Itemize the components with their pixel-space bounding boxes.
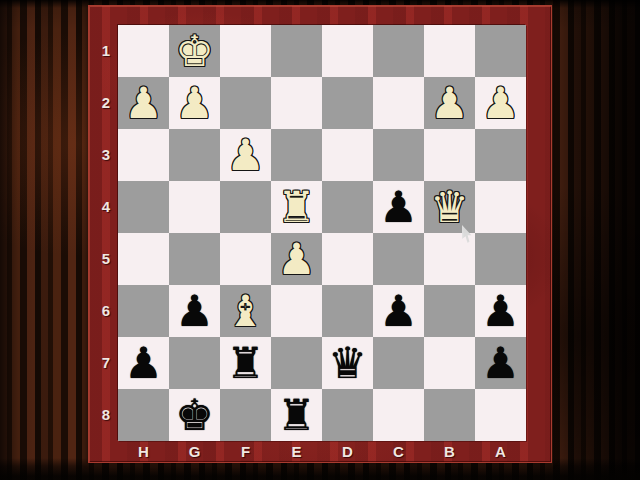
square-c3[interactable] [373, 129, 424, 181]
square-e1[interactable] [271, 25, 322, 77]
square-g2[interactable]: ♟ [169, 77, 220, 129]
square-a2[interactable]: ♟ [475, 77, 526, 129]
rank-label-4: 4 [89, 181, 120, 233]
square-c4[interactable]: ♟ [373, 181, 424, 233]
square-e4[interactable]: ♜ [271, 181, 322, 233]
square-h5[interactable] [118, 233, 169, 285]
square-c6[interactable]: ♟ [373, 285, 424, 337]
file-label-h: H [118, 442, 169, 462]
square-d1[interactable] [322, 25, 373, 77]
square-a3[interactable] [475, 129, 526, 181]
square-g7[interactable] [169, 337, 220, 389]
square-c1[interactable] [373, 25, 424, 77]
file-label-e: E [271, 442, 322, 462]
rank-label-5: 5 [89, 233, 120, 285]
piece-black-pawn-c6[interactable]: ♟ [373, 285, 424, 337]
piece-white-queen-b4[interactable]: ♛ [424, 181, 475, 233]
file-label-a: A [475, 442, 526, 462]
square-e8[interactable]: ♜ [271, 389, 322, 441]
piece-black-pawn-g6[interactable]: ♟ [169, 285, 220, 337]
piece-white-pawn-a2[interactable]: ♟ [475, 77, 526, 129]
square-f1[interactable] [220, 25, 271, 77]
rank-label-6: 6 [89, 285, 120, 337]
square-b7[interactable] [424, 337, 475, 389]
file-label-f: F [220, 442, 271, 462]
piece-white-bishop-f6[interactable]: ♝ [220, 285, 271, 337]
square-f8[interactable] [220, 389, 271, 441]
piece-white-pawn-f3[interactable]: ♟ [220, 129, 271, 181]
piece-black-rook-e8[interactable]: ♜ [271, 389, 322, 441]
piece-white-pawn-e5[interactable]: ♟ [271, 233, 322, 285]
square-g6[interactable]: ♟ [169, 285, 220, 337]
square-b6[interactable] [424, 285, 475, 337]
rank-label-2: 2 [89, 77, 120, 129]
file-label-g: G [169, 442, 220, 462]
square-a7[interactable]: ♟ [475, 337, 526, 389]
file-label-c: C [373, 442, 424, 462]
square-b4[interactable]: ♛ [424, 181, 475, 233]
square-d6[interactable] [322, 285, 373, 337]
square-e6[interactable] [271, 285, 322, 337]
square-d7[interactable]: ♛ [322, 337, 373, 389]
piece-black-queen-d7[interactable]: ♛ [322, 337, 373, 389]
square-a4[interactable] [475, 181, 526, 233]
piece-white-king-g1[interactable]: ♚ [169, 25, 220, 77]
square-d2[interactable] [322, 77, 373, 129]
square-d4[interactable] [322, 181, 373, 233]
square-g1[interactable]: ♚ [169, 25, 220, 77]
square-e2[interactable] [271, 77, 322, 129]
square-a1[interactable] [475, 25, 526, 77]
square-a6[interactable]: ♟ [475, 285, 526, 337]
square-g3[interactable] [169, 129, 220, 181]
board-frame: ♚♟♟♟♟♟♜♟♛♟♟♝♟♟♟♜♛♟♚♜ 12345678 HGFEDCBA [88, 5, 552, 463]
rank-label-1: 1 [89, 25, 120, 77]
square-g5[interactable] [169, 233, 220, 285]
piece-black-pawn-h7[interactable]: ♟ [118, 337, 169, 389]
square-e5[interactable]: ♟ [271, 233, 322, 285]
square-d8[interactable] [322, 389, 373, 441]
rank-label-3: 3 [89, 129, 120, 181]
square-b8[interactable] [424, 389, 475, 441]
square-g4[interactable] [169, 181, 220, 233]
square-h7[interactable]: ♟ [118, 337, 169, 389]
file-label-d: D [322, 442, 373, 462]
square-c5[interactable] [373, 233, 424, 285]
square-f3[interactable]: ♟ [220, 129, 271, 181]
piece-black-pawn-a6[interactable]: ♟ [475, 285, 526, 337]
square-e3[interactable] [271, 129, 322, 181]
square-b1[interactable] [424, 25, 475, 77]
square-h3[interactable] [118, 129, 169, 181]
rank-label-8: 8 [89, 389, 120, 441]
piece-black-king-g8[interactable]: ♚ [169, 389, 220, 441]
square-c8[interactable] [373, 389, 424, 441]
square-a5[interactable] [475, 233, 526, 285]
square-d3[interactable] [322, 129, 373, 181]
file-label-b: B [424, 442, 475, 462]
piece-black-pawn-c4[interactable]: ♟ [373, 181, 424, 233]
piece-black-rook-f7[interactable]: ♜ [220, 337, 271, 389]
piece-white-rook-e4[interactable]: ♜ [271, 181, 322, 233]
piece-white-pawn-b2[interactable]: ♟ [424, 77, 475, 129]
square-f5[interactable] [220, 233, 271, 285]
piece-white-pawn-g2[interactable]: ♟ [169, 77, 220, 129]
square-f6[interactable]: ♝ [220, 285, 271, 337]
square-f2[interactable] [220, 77, 271, 129]
square-c7[interactable] [373, 337, 424, 389]
square-h8[interactable] [118, 389, 169, 441]
square-c2[interactable] [373, 77, 424, 129]
square-a8[interactable] [475, 389, 526, 441]
square-h4[interactable] [118, 181, 169, 233]
square-b3[interactable] [424, 129, 475, 181]
piece-white-pawn-h2[interactable]: ♟ [118, 77, 169, 129]
square-b2[interactable]: ♟ [424, 77, 475, 129]
rank-label-7: 7 [89, 337, 120, 389]
square-f4[interactable] [220, 181, 271, 233]
square-g8[interactable]: ♚ [169, 389, 220, 441]
square-e7[interactable] [271, 337, 322, 389]
square-f7[interactable]: ♜ [220, 337, 271, 389]
square-d5[interactable] [322, 233, 373, 285]
square-h6[interactable] [118, 285, 169, 337]
square-h1[interactable] [118, 25, 169, 77]
video-frame: ♚♟♟♟♟♟♜♟♛♟♟♝♟♟♟♜♛♟♚♜ 12345678 HGFEDCBA [0, 0, 640, 480]
piece-black-pawn-a7[interactable]: ♟ [475, 337, 526, 389]
square-h2[interactable]: ♟ [118, 77, 169, 129]
